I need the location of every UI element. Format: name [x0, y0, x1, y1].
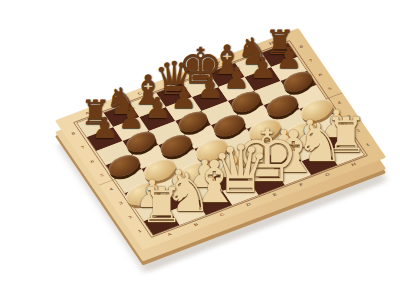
dark-pawn[interactable]: ♟ [118, 104, 144, 133]
dark-pawn[interactable]: ♟ [223, 64, 249, 93]
dark-pawn[interactable]: ♟ [92, 114, 118, 143]
dark-pawn[interactable]: ♟ [171, 84, 197, 113]
light-rook[interactable]: ♜ [140, 181, 183, 229]
pieces-layer: ♜♞♝♛♚♝♞♜♟♟♟♟♟♟♟♟♟♟♟♟♟♟♟♟♜♞♝♛♚♝♞♜ [0, 0, 400, 299]
dark-pawn[interactable]: ♟ [250, 54, 276, 83]
dark-pawn[interactable]: ♟ [144, 94, 170, 123]
dark-pawn[interactable]: ♟ [276, 44, 302, 73]
product-photo: AABBCCDDEEFFGGHH1122334455667788 ♜♞♝♛♚♝♞… [0, 0, 400, 299]
dark-pawn[interactable]: ♟ [197, 74, 223, 103]
